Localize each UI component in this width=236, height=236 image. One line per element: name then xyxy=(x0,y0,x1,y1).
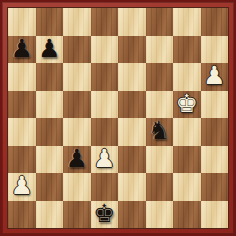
black-pawn[interactable]: ♟ xyxy=(66,146,88,171)
square-g8[interactable] xyxy=(173,8,201,36)
square-h1[interactable] xyxy=(201,201,229,229)
chess-board: ♟♟♟♚♞♟♟♟♚ xyxy=(8,8,228,228)
square-b3[interactable] xyxy=(36,146,64,174)
square-e2[interactable] xyxy=(118,173,146,201)
square-g5[interactable]: ♚ xyxy=(173,91,201,119)
square-d3[interactable]: ♟ xyxy=(91,146,119,174)
black-knight[interactable]: ♞ xyxy=(148,118,170,143)
square-h6[interactable]: ♟ xyxy=(201,63,229,91)
square-d5[interactable] xyxy=(91,91,119,119)
square-b6[interactable] xyxy=(36,63,64,91)
square-f3[interactable] xyxy=(146,146,174,174)
square-b8[interactable] xyxy=(36,8,64,36)
square-b4[interactable] xyxy=(36,118,64,146)
square-a8[interactable] xyxy=(8,8,36,36)
square-g7[interactable] xyxy=(173,36,201,64)
square-e5[interactable] xyxy=(118,91,146,119)
square-a7[interactable]: ♟ xyxy=(8,36,36,64)
square-d1[interactable]: ♚ xyxy=(91,201,119,229)
white-pawn[interactable]: ♟ xyxy=(93,146,115,171)
square-h5[interactable] xyxy=(201,91,229,119)
square-f1[interactable] xyxy=(146,201,174,229)
square-d4[interactable] xyxy=(91,118,119,146)
square-g6[interactable] xyxy=(173,63,201,91)
black-king[interactable]: ♚ xyxy=(93,201,115,226)
square-c8[interactable] xyxy=(63,8,91,36)
square-e4[interactable] xyxy=(118,118,146,146)
square-h8[interactable] xyxy=(201,8,229,36)
square-g1[interactable] xyxy=(173,201,201,229)
chess-board-frame: ♟♟♟♚♞♟♟♟♚ xyxy=(0,0,236,236)
white-king[interactable]: ♚ xyxy=(176,91,198,116)
square-a6[interactable] xyxy=(8,63,36,91)
square-c6[interactable] xyxy=(63,63,91,91)
square-f8[interactable] xyxy=(146,8,174,36)
square-a1[interactable] xyxy=(8,201,36,229)
square-d2[interactable] xyxy=(91,173,119,201)
square-e6[interactable] xyxy=(118,63,146,91)
square-f7[interactable] xyxy=(146,36,174,64)
square-f5[interactable] xyxy=(146,91,174,119)
square-b7[interactable]: ♟ xyxy=(36,36,64,64)
square-c2[interactable] xyxy=(63,173,91,201)
white-pawn[interactable]: ♟ xyxy=(203,63,225,88)
square-a5[interactable] xyxy=(8,91,36,119)
square-c1[interactable] xyxy=(63,201,91,229)
square-h3[interactable] xyxy=(201,146,229,174)
square-h2[interactable] xyxy=(201,173,229,201)
square-d7[interactable] xyxy=(91,36,119,64)
square-d6[interactable] xyxy=(91,63,119,91)
black-pawn[interactable]: ♟ xyxy=(38,36,60,61)
square-a3[interactable] xyxy=(8,146,36,174)
square-d8[interactable] xyxy=(91,8,119,36)
square-f6[interactable] xyxy=(146,63,174,91)
square-f4[interactable]: ♞ xyxy=(146,118,174,146)
square-c4[interactable] xyxy=(63,118,91,146)
square-g2[interactable] xyxy=(173,173,201,201)
square-b5[interactable] xyxy=(36,91,64,119)
white-pawn[interactable]: ♟ xyxy=(11,173,33,198)
square-h7[interactable] xyxy=(201,36,229,64)
black-pawn[interactable]: ♟ xyxy=(11,36,33,61)
square-c3[interactable]: ♟ xyxy=(63,146,91,174)
square-g4[interactable] xyxy=(173,118,201,146)
square-b1[interactable] xyxy=(36,201,64,229)
square-g3[interactable] xyxy=(173,146,201,174)
square-c7[interactable] xyxy=(63,36,91,64)
square-a2[interactable]: ♟ xyxy=(8,173,36,201)
square-e3[interactable] xyxy=(118,146,146,174)
square-c5[interactable] xyxy=(63,91,91,119)
square-f2[interactable] xyxy=(146,173,174,201)
square-h4[interactable] xyxy=(201,118,229,146)
square-e8[interactable] xyxy=(118,8,146,36)
square-b2[interactable] xyxy=(36,173,64,201)
square-e1[interactable] xyxy=(118,201,146,229)
square-a4[interactable] xyxy=(8,118,36,146)
square-e7[interactable] xyxy=(118,36,146,64)
